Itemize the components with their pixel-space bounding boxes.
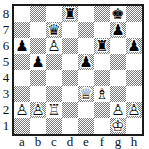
square-d7[interactable] xyxy=(62,22,78,38)
file-labels: abcdefgh xyxy=(14,135,142,149)
square-h8[interactable] xyxy=(126,6,142,22)
square-a2[interactable]: ♟♙ xyxy=(14,102,30,118)
white-pawn-glyph: ♙ xyxy=(126,102,142,118)
black-queen-glyph: ♛ xyxy=(46,22,62,38)
square-f6[interactable]: ♜♜ xyxy=(94,38,110,54)
square-e4[interactable] xyxy=(78,70,94,86)
square-g7[interactable]: ♟♟ xyxy=(110,22,126,38)
square-h1[interactable] xyxy=(126,118,142,134)
piece-white-pawn-a2: ♟♙ xyxy=(14,102,30,118)
black-pawn-glyph: ♟ xyxy=(78,54,94,70)
square-c8[interactable] xyxy=(46,6,62,22)
piece-white-pawn-b2: ♟♙ xyxy=(30,102,46,118)
square-d6[interactable] xyxy=(62,38,78,54)
square-c6[interactable]: ♟♙ xyxy=(46,38,62,54)
square-h6[interactable]: ♟♟ xyxy=(126,38,142,54)
piece-black-pawn-a6: ♟♟ xyxy=(14,38,30,54)
piece-white-pawn-g2: ♟♙ xyxy=(110,102,126,118)
square-b8[interactable] xyxy=(30,6,46,22)
piece-white-king-g1: ♚♔ xyxy=(110,118,126,134)
square-b2[interactable]: ♟♙ xyxy=(30,102,46,118)
white-bishop-glyph: ♗ xyxy=(94,86,110,102)
piece-black-king-g8: ♚♚ xyxy=(110,6,126,22)
square-a6[interactable]: ♟♟ xyxy=(14,38,30,54)
piece-black-rook-f6: ♜♜ xyxy=(94,38,110,54)
square-b3[interactable] xyxy=(30,86,46,102)
square-e8[interactable] xyxy=(78,6,94,22)
square-f3[interactable]: ♝♗ xyxy=(94,86,110,102)
white-queen-glyph: ♕ xyxy=(78,86,94,102)
rank-label-7: 7 xyxy=(0,22,12,38)
square-b5[interactable]: ♟♟ xyxy=(30,54,46,70)
black-pawn-glyph: ♟ xyxy=(14,38,30,54)
square-h5[interactable] xyxy=(126,54,142,70)
file-label-e: e xyxy=(78,135,94,149)
board: ♜♜♚♚♛♛♟♟♟♟♟♙♜♜♟♟♟♟♟♟♛♕♝♗♟♙♟♙♜♖♟♙♟♙♚♔ xyxy=(12,4,144,136)
rank-label-4: 4 xyxy=(0,70,12,86)
square-d3[interactable] xyxy=(62,86,78,102)
rank-label-2: 2 xyxy=(0,102,12,118)
square-a3[interactable] xyxy=(14,86,30,102)
file-label-d: d xyxy=(62,135,78,149)
square-c1[interactable] xyxy=(46,118,62,134)
black-pawn-glyph: ♟ xyxy=(30,54,46,70)
square-c2[interactable]: ♜♖ xyxy=(46,102,62,118)
square-a4[interactable] xyxy=(14,70,30,86)
square-d1[interactable] xyxy=(62,118,78,134)
square-a8[interactable] xyxy=(14,6,30,22)
white-king-glyph: ♔ xyxy=(110,118,126,134)
square-f2[interactable] xyxy=(94,102,110,118)
square-f4[interactable] xyxy=(94,70,110,86)
chess-diagram: 87654321 ♜♜♚♚♛♛♟♟♟♟♟♙♜♜♟♟♟♟♟♟♛♕♝♗♟♙♟♙♜♖♟… xyxy=(0,0,149,149)
black-pawn-glyph: ♟ xyxy=(110,22,126,38)
piece-black-pawn-g7: ♟♟ xyxy=(110,22,126,38)
square-c3[interactable] xyxy=(46,86,62,102)
square-g6[interactable] xyxy=(110,38,126,54)
square-h4[interactable] xyxy=(126,70,142,86)
square-h3[interactable] xyxy=(126,86,142,102)
rank-label-6: 6 xyxy=(0,38,12,54)
piece-white-rook-c2: ♜♖ xyxy=(46,102,62,118)
piece-black-pawn-e5: ♟♟ xyxy=(78,54,94,70)
file-label-h: h xyxy=(126,135,142,149)
square-g5[interactable] xyxy=(110,54,126,70)
file-label-c: c xyxy=(46,135,62,149)
file-label-b: b xyxy=(30,135,46,149)
file-label-a: a xyxy=(14,135,30,149)
piece-white-queen-e3: ♛♕ xyxy=(78,86,94,102)
file-label-f: f xyxy=(94,135,110,149)
piece-white-pawn-h2: ♟♙ xyxy=(126,102,142,118)
square-b6[interactable] xyxy=(30,38,46,54)
square-b7[interactable] xyxy=(30,22,46,38)
rank-label-5: 5 xyxy=(0,54,12,70)
rank-label-1: 1 xyxy=(0,118,12,134)
square-c7[interactable]: ♛♛ xyxy=(46,22,62,38)
square-g1[interactable]: ♚♔ xyxy=(110,118,126,134)
square-c5[interactable] xyxy=(46,54,62,70)
square-f7[interactable] xyxy=(94,22,110,38)
piece-black-pawn-b5: ♟♟ xyxy=(30,54,46,70)
piece-black-rook-d8: ♜♜ xyxy=(62,6,78,22)
rank-label-3: 3 xyxy=(0,86,12,102)
square-g8[interactable]: ♚♚ xyxy=(110,6,126,22)
square-d2[interactable] xyxy=(62,102,78,118)
square-e3[interactable]: ♛♕ xyxy=(78,86,94,102)
square-b1[interactable] xyxy=(30,118,46,134)
piece-black-pawn-h6: ♟♟ xyxy=(126,38,142,54)
square-c4[interactable] xyxy=(46,70,62,86)
square-h2[interactable]: ♟♙ xyxy=(126,102,142,118)
square-a7[interactable] xyxy=(14,22,30,38)
white-pawn-glyph: ♙ xyxy=(110,102,126,118)
square-f5[interactable] xyxy=(94,54,110,70)
square-b4[interactable] xyxy=(30,70,46,86)
black-rook-glyph: ♜ xyxy=(94,38,110,54)
square-f8[interactable] xyxy=(94,6,110,22)
square-a1[interactable] xyxy=(14,118,30,134)
white-pawn-glyph: ♙ xyxy=(30,102,46,118)
square-e6[interactable] xyxy=(78,38,94,54)
square-h7[interactable] xyxy=(126,22,142,38)
piece-white-bishop-f3: ♝♗ xyxy=(94,86,110,102)
square-e7[interactable] xyxy=(78,22,94,38)
square-a5[interactable] xyxy=(14,54,30,70)
square-g3[interactable] xyxy=(110,86,126,102)
square-g2[interactable]: ♟♙ xyxy=(110,102,126,118)
white-pawn-glyph: ♙ xyxy=(46,38,62,54)
file-label-g: g xyxy=(110,135,126,149)
piece-white-pawn-c6: ♟♙ xyxy=(46,38,62,54)
square-f1[interactable] xyxy=(94,118,110,134)
square-g4[interactable] xyxy=(110,70,126,86)
square-d8[interactable]: ♜♜ xyxy=(62,6,78,22)
rank-labels: 87654321 xyxy=(0,6,12,134)
white-rook-glyph: ♖ xyxy=(46,102,62,118)
square-d5[interactable] xyxy=(62,54,78,70)
black-king-glyph: ♚ xyxy=(110,6,126,22)
square-d4[interactable] xyxy=(62,70,78,86)
rank-label-8: 8 xyxy=(0,6,12,22)
square-e2[interactable] xyxy=(78,102,94,118)
black-pawn-glyph: ♟ xyxy=(126,38,142,54)
white-pawn-glyph: ♙ xyxy=(14,102,30,118)
square-e5[interactable]: ♟♟ xyxy=(78,54,94,70)
black-rook-glyph: ♜ xyxy=(62,6,78,22)
piece-black-queen-c7: ♛♛ xyxy=(46,22,62,38)
square-e1[interactable] xyxy=(78,118,94,134)
